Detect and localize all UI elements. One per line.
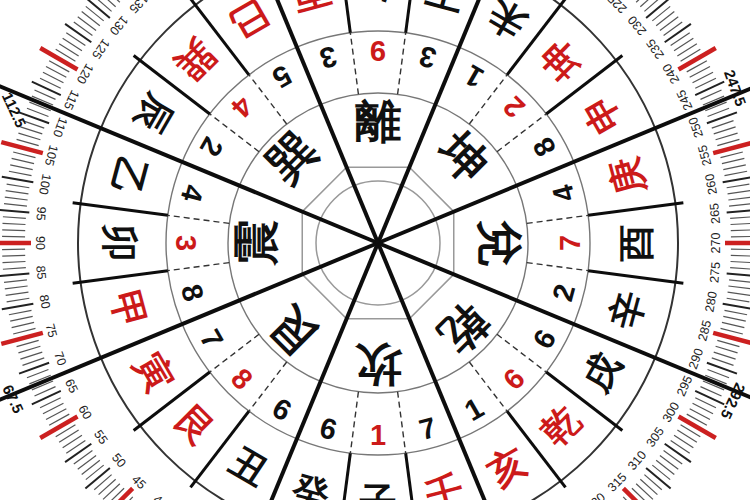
- degree-label-120: 120: [74, 61, 97, 86]
- tick-minor-1deg: [636, 0, 653, 2]
- degree-label-310: 310: [625, 448, 649, 473]
- number-丑: 6: [267, 392, 297, 428]
- tick-minor-1deg: [644, 0, 661, 11]
- tick-major-5deg: [723, 304, 750, 310]
- tick-minor-1deg: [63, 435, 82, 448]
- degree-label-230: 230: [625, 13, 649, 38]
- degree-label-320: 320: [583, 490, 608, 500]
- tick-major-5deg: [646, 468, 671, 489]
- tick-minor-1deg: [3, 223, 26, 224]
- tick-minor-1deg: [5, 197, 28, 200]
- tick-major-5deg: [0, 210, 29, 213]
- tick-minor-1deg: [13, 152, 35, 158]
- number-壬: 7: [416, 411, 440, 446]
- degree-label-225: 225: [605, 0, 630, 16]
- number-艮: 8: [225, 362, 259, 396]
- tick-minor-1deg: [12, 158, 34, 163]
- number-酉: 7: [554, 235, 586, 251]
- tick-minor-1deg: [729, 280, 750, 282]
- tick-minor-1deg: [2, 255, 25, 256]
- tick-minor-1deg: [727, 298, 750, 302]
- degree-label-100: 100: [36, 173, 53, 196]
- tick-minor-1deg: [103, 484, 120, 500]
- tick-minor-1deg: [3, 261, 26, 262]
- number-坤: 2: [497, 90, 531, 124]
- tick-minor-1deg: [652, 6, 670, 20]
- tick-minor-1deg: [20, 127, 42, 134]
- number-巳: 5: [267, 59, 297, 95]
- mountain-卯: 卯: [99, 224, 140, 262]
- tick-minor-1deg: [5, 286, 28, 289]
- trigram-坤: 坤: [428, 121, 499, 192]
- degree-label-65: 65: [62, 377, 81, 396]
- tick-minor-1deg: [674, 435, 693, 448]
- degree-label-260: 260: [703, 173, 720, 196]
- tick-minor-1deg: [708, 108, 729, 116]
- mountain-丑: 丑: [223, 440, 276, 494]
- mountain-丁: 丁: [422, 0, 469, 18]
- number-divider-dashed: [398, 392, 406, 453]
- tick-major-5deg: [707, 363, 737, 374]
- tick-red-15deg: [1, 142, 43, 153]
- mountain-乾: 乾: [533, 398, 588, 453]
- tick-minor-1deg: [9, 310, 32, 314]
- mountain-divider-line: [588, 203, 683, 216]
- mountain-divider-line: [73, 271, 168, 284]
- degree-label-275: 275: [707, 261, 723, 283]
- degree-label-245: 245: [674, 88, 696, 113]
- tick-minor-1deg: [674, 38, 693, 51]
- degree-label-270: 270: [709, 233, 723, 254]
- tick-minor-1deg: [731, 255, 750, 256]
- tick-minor-1deg: [63, 38, 82, 51]
- tick-minor-1deg: [22, 358, 44, 365]
- tick-minor-1deg: [652, 465, 670, 479]
- tick-minor-1deg: [103, 0, 120, 2]
- mountain-divider-line: [73, 203, 168, 216]
- number-divider-dashed: [350, 392, 358, 453]
- tick-major-5deg: [19, 363, 49, 374]
- tick-major-5deg: [2, 304, 34, 310]
- trigram-巽: 巽: [257, 122, 326, 191]
- tick-red-15deg: [713, 142, 750, 153]
- tick-minor-1deg: [74, 450, 93, 464]
- tick-minor-1deg: [27, 108, 48, 116]
- mountain-午: 午: [360, 0, 398, 5]
- tick-major-5deg: [727, 210, 750, 213]
- number-divider-dashed: [527, 263, 588, 271]
- tick-major-5deg: [665, 24, 691, 42]
- tick-minor-1deg: [66, 440, 85, 453]
- mountain-甲: 甲: [104, 287, 153, 333]
- tick-minor-1deg: [20, 352, 42, 359]
- degree-label-75: 75: [43, 322, 60, 339]
- tick-minor-1deg: [730, 268, 750, 270]
- trigram-坎: 坎: [354, 339, 403, 391]
- number-divider-dashed: [350, 33, 358, 94]
- number-癸: 6: [316, 411, 340, 446]
- tick-minor-1deg: [731, 223, 750, 224]
- tick-minor-1deg: [99, 0, 116, 7]
- mountain-辰: 辰: [127, 87, 182, 140]
- tick-minor-1deg: [78, 17, 96, 31]
- tick-minor-1deg: [727, 184, 750, 188]
- degree-label-290: 290: [686, 346, 706, 370]
- degree-label-50: 50: [109, 451, 129, 471]
- tick-red-15deg: [713, 333, 750, 344]
- tick-minor-1deg: [728, 191, 750, 194]
- tick-minor-1deg: [656, 12, 674, 26]
- tick-minor-1deg: [660, 17, 678, 31]
- mountain-未: 未: [481, 0, 534, 47]
- number-丙: 3: [316, 40, 340, 75]
- tick-minor-1deg: [636, 484, 653, 500]
- mountain-巽: 巽: [168, 33, 223, 88]
- number-巽: 4: [225, 90, 259, 124]
- tick-major-5deg: [0, 274, 29, 277]
- mountain-divider-line: [338, 0, 351, 33]
- degree-label-250: 250: [686, 115, 706, 139]
- tick-major-5deg: [2, 177, 34, 183]
- number-乾: 6: [497, 362, 531, 396]
- trigram-乾: 乾: [430, 295, 499, 364]
- number-丁: 3: [416, 40, 440, 75]
- number-甲: 8: [175, 281, 210, 305]
- tick-minor-1deg: [723, 165, 745, 170]
- mountain-艮: 艮: [168, 398, 223, 453]
- tick-minor-1deg: [59, 44, 79, 56]
- sector-boundary-line: [156, 0, 378, 243]
- tick-major-5deg: [85, 468, 110, 489]
- tick-minor-1deg: [725, 171, 748, 175]
- number-未: 1: [459, 59, 489, 95]
- number-divider-dashed: [168, 263, 229, 271]
- degree-label-285: 285: [695, 319, 714, 343]
- number-divider-dashed: [168, 215, 229, 223]
- tick-minor-1deg: [4, 280, 27, 282]
- tick-minor-1deg: [7, 298, 30, 302]
- number-亥: 1: [459, 392, 489, 428]
- tick-minor-1deg: [716, 133, 738, 140]
- mountain-辛: 辛: [603, 287, 652, 334]
- tick-major-5deg: [665, 444, 691, 462]
- tick-minor-1deg: [721, 328, 743, 334]
- tick-minor-1deg: [27, 370, 48, 378]
- tick-minor-1deg: [4, 204, 27, 206]
- degree-label-60: 60: [75, 403, 94, 422]
- tick-minor-1deg: [712, 121, 734, 128]
- tick-minor-1deg: [716, 346, 738, 353]
- tick-minor-1deg: [677, 44, 697, 56]
- tick-minor-1deg: [94, 0, 111, 11]
- tick-major-5deg: [695, 391, 724, 405]
- tick-minor-1deg: [722, 158, 744, 163]
- trigram-兌: 兌: [474, 220, 526, 266]
- tick-minor-1deg: [721, 152, 743, 158]
- tick-minor-1deg: [671, 440, 690, 453]
- tick-minor-1deg: [86, 465, 104, 479]
- tick-minor-1deg: [708, 370, 729, 378]
- degree-label-95: 95: [33, 206, 48, 221]
- tick-minor-1deg: [723, 316, 745, 321]
- mountain-divider-line: [338, 453, 351, 500]
- tick-minor-1deg: [94, 475, 111, 490]
- tick-minor-1deg: [82, 460, 100, 474]
- number-divider-dashed: [398, 33, 406, 94]
- degree-label-115: 115: [61, 88, 82, 112]
- tick-minor-1deg: [640, 0, 657, 7]
- tick-minor-1deg: [664, 22, 683, 36]
- degree-label-235: 235: [643, 36, 666, 61]
- tick-major-5deg: [707, 112, 737, 123]
- degree-label-80: 80: [37, 294, 53, 310]
- mountain-丙: 丙: [288, 0, 334, 18]
- tick-minor-1deg: [731, 261, 750, 262]
- tick-minor-1deg: [6, 191, 29, 194]
- mountain-divider-line: [588, 271, 683, 284]
- tick-major-5deg: [65, 444, 91, 462]
- tick-minor-1deg: [3, 268, 26, 270]
- tick-minor-1deg: [3, 217, 26, 219]
- tick-minor-1deg: [10, 165, 32, 170]
- tick-minor-1deg: [714, 352, 736, 359]
- tick-major-5deg: [65, 24, 91, 42]
- degree-label-135: 135: [126, 0, 151, 16]
- mountain-癸: 癸: [287, 468, 334, 500]
- mountain-亥: 亥: [480, 440, 533, 495]
- tick-minor-1deg: [664, 450, 683, 464]
- degree-label-300: 300: [660, 400, 683, 425]
- tick-minor-1deg: [7, 184, 30, 188]
- degree-label-125: 125: [89, 36, 112, 61]
- luopan-compass-diagram: 0510152025303540455055606570758085909510…: [0, 0, 750, 500]
- mountain-子: 子: [360, 481, 397, 500]
- mountain-申: 申: [575, 88, 629, 141]
- tick-minor-1deg: [729, 204, 750, 206]
- number-寅: 7: [194, 324, 230, 354]
- degree-label-40: 40: [151, 492, 171, 500]
- number-辛: 2: [546, 281, 581, 305]
- trigram-離: 離: [355, 95, 401, 147]
- tick-minor-1deg: [6, 292, 29, 295]
- tick-major-5deg: [727, 274, 750, 277]
- tick-minor-1deg: [728, 292, 750, 295]
- sector-boundary-line: [378, 0, 600, 243]
- tick-minor-1deg: [99, 479, 116, 494]
- number-戌: 6: [527, 324, 563, 354]
- tick-major-5deg: [32, 391, 61, 405]
- degree-label-90: 90: [33, 236, 47, 250]
- number-divider-dashed: [527, 215, 588, 223]
- mountain-庚: 庚: [603, 153, 652, 200]
- tick-minor-1deg: [712, 358, 734, 365]
- degree-label-70: 70: [51, 350, 69, 368]
- mountain-寅: 寅: [127, 346, 181, 399]
- tick-minor-1deg: [725, 310, 748, 314]
- degree-label-280: 280: [703, 290, 720, 313]
- tick-minor-1deg: [731, 230, 750, 231]
- tick-minor-1deg: [12, 322, 34, 327]
- degree-label-255: 255: [695, 143, 714, 167]
- tick-minor-1deg: [644, 475, 661, 490]
- tick-minor-1deg: [730, 217, 750, 219]
- tick-major-5deg: [695, 82, 724, 96]
- mountain-divider-line: [406, 0, 419, 33]
- tick-minor-1deg: [728, 286, 750, 289]
- tick-minor-1deg: [66, 33, 85, 46]
- tick-minor-1deg: [671, 33, 690, 46]
- number-庚: 4: [546, 181, 581, 205]
- tick-minor-1deg: [18, 133, 40, 140]
- luopan-compass: 0510152025303540455055606570758085909510…: [0, 0, 750, 500]
- mountain-巳: 巳: [223, 0, 276, 46]
- tick-minor-1deg: [59, 430, 79, 442]
- number-午: 9: [370, 35, 386, 67]
- tick-minor-1deg: [714, 127, 736, 134]
- number-辰: 2: [194, 132, 230, 162]
- tick-minor-1deg: [9, 171, 32, 175]
- corner-degree-label-67.5: 67.5: [0, 382, 27, 416]
- mountain-乙: 乙: [104, 153, 153, 199]
- tick-minor-1deg: [656, 460, 674, 474]
- trigram-艮: 艮: [257, 295, 326, 364]
- number-乙: 4: [175, 181, 210, 205]
- degree-label-265: 265: [707, 202, 723, 224]
- tick-minor-1deg: [82, 12, 100, 26]
- degree-label-305: 305: [643, 424, 666, 449]
- tick-minor-1deg: [78, 455, 96, 469]
- tick-minor-1deg: [640, 479, 657, 494]
- tick-major-5deg: [32, 82, 61, 96]
- tick-minor-1deg: [18, 346, 40, 353]
- mountain-壬: 壬: [422, 468, 468, 500]
- tick-minor-1deg: [10, 316, 32, 321]
- degree-label-110: 110: [50, 116, 70, 140]
- mountain-divider-line: [406, 453, 419, 500]
- number-申: 8: [527, 132, 563, 162]
- number-子: 1: [370, 419, 386, 451]
- tick-minor-1deg: [13, 328, 35, 334]
- trigram-震: 震: [230, 220, 282, 267]
- degree-label-105: 105: [42, 144, 61, 168]
- tick-major-5deg: [723, 177, 750, 183]
- tick-minor-1deg: [2, 230, 25, 231]
- tick-minor-1deg: [660, 455, 678, 469]
- mountain-坤: 坤: [533, 33, 590, 90]
- tick-minor-1deg: [677, 430, 697, 442]
- degree-label-295: 295: [674, 374, 696, 399]
- degree-label-130: 130: [107, 13, 131, 38]
- mountain-戌: 戌: [574, 346, 629, 399]
- degree-label-55: 55: [91, 427, 110, 446]
- tick-minor-1deg: [728, 197, 750, 200]
- tick-minor-1deg: [86, 6, 104, 20]
- tick-minor-1deg: [722, 322, 744, 327]
- degree-label-85: 85: [33, 265, 48, 280]
- degree-label-240: 240: [660, 61, 683, 86]
- tick-minor-1deg: [74, 22, 93, 36]
- number-卯: 3: [170, 235, 202, 251]
- mountain-酉: 酉: [616, 225, 657, 263]
- tick-red-15deg: [1, 333, 43, 344]
